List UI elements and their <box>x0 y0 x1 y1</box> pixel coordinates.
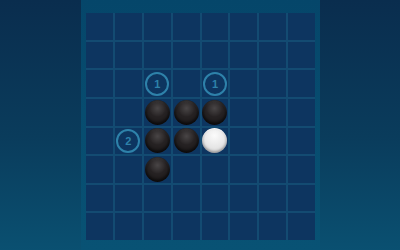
cell-c4 <box>144 99 171 126</box>
cell-h4 <box>288 99 315 126</box>
legal-move-hint[interactable]: 2 <box>116 129 140 153</box>
cell-f8 <box>230 213 257 240</box>
cell-d6 <box>173 156 200 183</box>
cell-a8 <box>86 213 113 240</box>
cell-d4 <box>173 99 200 126</box>
cell-b6 <box>115 156 142 183</box>
cell-f4 <box>230 99 257 126</box>
cell-g1 <box>259 13 286 40</box>
cell-c7 <box>144 185 171 212</box>
cell-f6 <box>230 156 257 183</box>
cell-c8 <box>144 213 171 240</box>
cell-f1 <box>230 13 257 40</box>
cell-a7 <box>86 185 113 212</box>
cell-a5 <box>86 128 113 155</box>
cell-d1 <box>173 13 200 40</box>
cell-e2 <box>202 42 229 69</box>
cell-f7 <box>230 185 257 212</box>
cell-h7 <box>288 185 315 212</box>
cell-d5 <box>173 128 200 155</box>
black-disc <box>145 157 170 182</box>
cell-b3 <box>115 70 142 97</box>
black-disc <box>145 128 170 153</box>
cell-h6 <box>288 156 315 183</box>
cell-a4 <box>86 99 113 126</box>
cell-g6 <box>259 156 286 183</box>
cell-f2 <box>230 42 257 69</box>
black-disc <box>174 128 199 153</box>
black-disc <box>174 100 199 125</box>
cell-h5 <box>288 128 315 155</box>
cell-h3 <box>288 70 315 97</box>
cell-g7 <box>259 185 286 212</box>
cell-a6 <box>86 156 113 183</box>
cell-c6 <box>144 156 171 183</box>
cell-d2 <box>173 42 200 69</box>
cell-e1 <box>202 13 229 40</box>
cell-e5 <box>202 128 229 155</box>
cell-c2 <box>144 42 171 69</box>
cell-e8 <box>202 213 229 240</box>
white-disc <box>202 128 227 153</box>
cell-a3 <box>86 70 113 97</box>
cell-c5 <box>144 128 171 155</box>
cell-b1 <box>115 13 142 40</box>
cell-h2 <box>288 42 315 69</box>
cell-b8 <box>115 213 142 240</box>
legal-move-hint[interactable]: 1 <box>145 72 169 96</box>
black-disc <box>145 100 170 125</box>
cell-c3[interactable]: 1 <box>144 70 171 97</box>
reversi-board-panel: 112 <box>81 0 320 250</box>
cell-g5 <box>259 128 286 155</box>
cell-h1 <box>288 13 315 40</box>
cell-e4 <box>202 99 229 126</box>
cell-f3 <box>230 70 257 97</box>
cell-f5 <box>230 128 257 155</box>
board-grid: 112 <box>86 13 315 240</box>
cell-b4 <box>115 99 142 126</box>
cell-e7 <box>202 185 229 212</box>
cell-b2 <box>115 42 142 69</box>
cell-d3 <box>173 70 200 97</box>
cell-b5[interactable]: 2 <box>115 128 142 155</box>
cell-g2 <box>259 42 286 69</box>
cell-e6 <box>202 156 229 183</box>
cell-g4 <box>259 99 286 126</box>
cell-c1 <box>144 13 171 40</box>
cell-a1 <box>86 13 113 40</box>
cell-h8 <box>288 213 315 240</box>
cell-d7 <box>173 185 200 212</box>
cell-a2 <box>86 42 113 69</box>
cell-d8 <box>173 213 200 240</box>
black-disc <box>202 100 227 125</box>
cell-b7 <box>115 185 142 212</box>
cell-g8 <box>259 213 286 240</box>
cell-g3 <box>259 70 286 97</box>
app-background: 112 <box>0 0 400 250</box>
legal-move-hint[interactable]: 1 <box>203 72 227 96</box>
cell-e3[interactable]: 1 <box>202 70 229 97</box>
